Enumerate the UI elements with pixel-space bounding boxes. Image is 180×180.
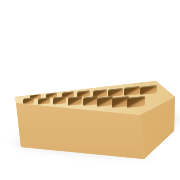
brick-hole	[22, 90, 31, 94]
brick-hole	[23, 97, 34, 104]
brick-hole	[127, 96, 145, 108]
brick-hole	[140, 86, 157, 96]
brick-hole	[68, 96, 82, 105]
brick-hole	[82, 96, 97, 106]
brick-hole	[38, 97, 50, 105]
brick-hole	[55, 86, 66, 91]
brick-hole	[87, 82, 99, 88]
brick-hole	[108, 88, 123, 97]
brick-hole	[124, 87, 140, 96]
brick-hole	[38, 88, 48, 93]
brick-photo	[0, 0, 180, 180]
brick-hole	[71, 84, 83, 89]
brick-hole	[53, 97, 66, 105]
